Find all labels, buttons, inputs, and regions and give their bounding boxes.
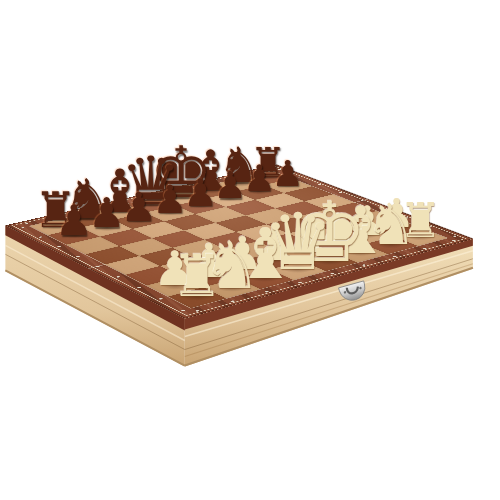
product-photo: Wooden folding chess set box, opened fla…: [0, 0, 500, 500]
